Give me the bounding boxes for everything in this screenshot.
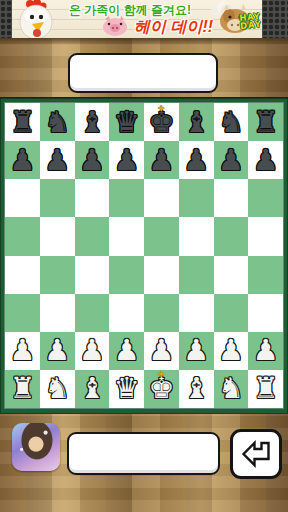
- square-h1[interactable]: ♜: [248, 370, 283, 408]
- ad-title: 헤이 데이!!: [134, 17, 213, 38]
- square-h4[interactable]: [248, 256, 283, 294]
- black-pawn: ♟: [253, 146, 279, 175]
- square-g8[interactable]: ♞: [214, 103, 249, 141]
- white-rook: ♜: [253, 374, 279, 403]
- square-d1[interactable]: ♛: [109, 370, 144, 408]
- banner-shadow: [0, 38, 288, 45]
- square-b3[interactable]: [40, 294, 75, 332]
- square-h3[interactable]: [248, 294, 283, 332]
- square-d3[interactable]: [109, 294, 144, 332]
- chicken-icon: [12, 0, 60, 38]
- square-a8[interactable]: ♜: [5, 103, 40, 141]
- black-queen: ♛: [114, 108, 140, 137]
- square-h5[interactable]: [248, 217, 283, 255]
- square-b1[interactable]: ♞: [40, 370, 75, 408]
- back-button[interactable]: [230, 429, 282, 479]
- pig-icon: [100, 14, 130, 38]
- black-pawn: ♟: [44, 146, 70, 175]
- white-pawn: ♟: [9, 336, 35, 365]
- gold-cross-icon: ✚: [158, 105, 165, 113]
- square-f8[interactable]: ♝: [179, 103, 214, 141]
- square-g7[interactable]: ♟: [214, 141, 249, 179]
- square-h8[interactable]: ♜: [248, 103, 283, 141]
- square-g1[interactable]: ♞: [214, 370, 249, 408]
- square-b4[interactable]: [40, 256, 75, 294]
- square-c1[interactable]: ♝: [75, 370, 110, 408]
- opponent-name: [70, 55, 216, 64]
- white-bishop: ♝: [183, 374, 209, 403]
- square-c6[interactable]: [75, 179, 110, 217]
- square-d2[interactable]: ♟: [109, 332, 144, 370]
- black-rook: ♜: [253, 108, 279, 137]
- square-a1[interactable]: ♜: [5, 370, 40, 408]
- square-f2[interactable]: ♟: [179, 332, 214, 370]
- black-bishop: ♝: [79, 108, 105, 137]
- white-bishop: ♝: [79, 374, 105, 403]
- square-d7[interactable]: ♟: [109, 141, 144, 179]
- white-knight: ♞: [218, 374, 244, 403]
- black-bishop: ♝: [183, 108, 209, 137]
- square-c5[interactable]: [75, 217, 110, 255]
- square-e6[interactable]: [144, 179, 179, 217]
- ad-banner[interactable]: 온 가족이 함께 즐겨요! 헤이 데이!!: [0, 0, 288, 38]
- white-rook: ♜: [9, 374, 35, 403]
- white-king: ♚✚: [148, 374, 174, 403]
- ad-app-icon[interactable]: [12, 423, 60, 471]
- square-f6[interactable]: [179, 179, 214, 217]
- square-g2[interactable]: ♟: [214, 332, 249, 370]
- black-knight: ♞: [44, 108, 70, 137]
- square-g4[interactable]: [214, 256, 249, 294]
- square-f7[interactable]: ♟: [179, 141, 214, 179]
- square-h6[interactable]: [248, 179, 283, 217]
- square-d5[interactable]: [109, 217, 144, 255]
- square-e8[interactable]: ♚✚: [144, 103, 179, 141]
- square-f5[interactable]: [179, 217, 214, 255]
- square-b2[interactable]: ♟: [40, 332, 75, 370]
- black-pawn: ♟: [114, 146, 140, 175]
- square-d4[interactable]: [109, 256, 144, 294]
- white-queen: ♛: [114, 374, 140, 403]
- white-pawn: ♟: [114, 336, 140, 365]
- square-e1[interactable]: ♚✚: [144, 370, 179, 408]
- square-g6[interactable]: [214, 179, 249, 217]
- black-pawn: ♟: [148, 146, 174, 175]
- black-knight: ♞: [218, 108, 244, 137]
- square-c3[interactable]: [75, 294, 110, 332]
- banner-edge-left: [0, 0, 12, 38]
- square-e3[interactable]: [144, 294, 179, 332]
- chess-app-screen: 온 가족이 함께 즐겨요! 헤이 데이!!: [0, 0, 288, 512]
- hayday-logo: HAY DAY: [239, 12, 262, 30]
- white-knight: ♞: [44, 374, 70, 403]
- black-pawn: ♟: [218, 146, 244, 175]
- black-pawn: ♟: [9, 146, 35, 175]
- black-rook: ♜: [9, 108, 35, 137]
- player-name: [69, 434, 218, 443]
- square-h2[interactable]: ♟: [248, 332, 283, 370]
- back-arrow-icon: [240, 439, 273, 469]
- square-d6[interactable]: [109, 179, 144, 217]
- square-b7[interactable]: ♟: [40, 141, 75, 179]
- black-king: ♚✚: [148, 108, 174, 137]
- gold-cross-icon: ✚: [158, 371, 165, 379]
- white-pawn: ♟: [148, 336, 174, 365]
- white-pawn: ♟: [44, 336, 70, 365]
- player-name-plate: [67, 432, 220, 475]
- hayday-ad-banner[interactable]: 온 가족이 함께 즐겨요! 헤이 데이!!: [12, 0, 262, 38]
- square-h7[interactable]: ♟: [248, 141, 283, 179]
- square-e7[interactable]: ♟: [144, 141, 179, 179]
- black-pawn: ♟: [183, 146, 209, 175]
- square-f3[interactable]: [179, 294, 214, 332]
- square-e2[interactable]: ♟: [144, 332, 179, 370]
- square-g3[interactable]: [214, 294, 249, 332]
- square-b5[interactable]: [40, 217, 75, 255]
- square-e5[interactable]: [144, 217, 179, 255]
- white-pawn: ♟: [79, 336, 105, 365]
- black-pawn: ♟: [79, 146, 105, 175]
- square-e4[interactable]: [144, 256, 179, 294]
- square-g5[interactable]: [214, 217, 249, 255]
- opponent-name-plate: [68, 53, 218, 93]
- square-a4[interactable]: [5, 256, 40, 294]
- square-d8[interactable]: ♛: [109, 103, 144, 141]
- square-a6[interactable]: [5, 179, 40, 217]
- square-c4[interactable]: [75, 256, 110, 294]
- square-f1[interactable]: ♝: [179, 370, 214, 408]
- banner-edge-right: [262, 0, 288, 38]
- white-pawn: ♟: [183, 336, 209, 365]
- white-pawn: ♟: [218, 336, 244, 365]
- square-a7[interactable]: ♟: [5, 141, 40, 179]
- square-a3[interactable]: [5, 294, 40, 332]
- square-a2[interactable]: ♟: [5, 332, 40, 370]
- square-c8[interactable]: ♝: [75, 103, 110, 141]
- board-grid: ♜♞♝♛♚✚♝♞♜♟♟♟♟♟♟♟♟♟♟♟♟♟♟♟♟♜♞♝♛♚✚♝♞♜: [5, 103, 283, 408]
- chess-board: ♜♞♝♛♚✚♝♞♜♟♟♟♟♟♟♟♟♟♟♟♟♟♟♟♟♜♞♝♛♚✚♝♞♜: [0, 97, 288, 414]
- hayday-logo-line2: DAY: [240, 19, 262, 31]
- square-c7[interactable]: ♟: [75, 141, 110, 179]
- square-f4[interactable]: [179, 256, 214, 294]
- white-pawn: ♟: [253, 336, 279, 365]
- square-b6[interactable]: [40, 179, 75, 217]
- square-c2[interactable]: ♟: [75, 332, 110, 370]
- square-b8[interactable]: ♞: [40, 103, 75, 141]
- square-a5[interactable]: [5, 217, 40, 255]
